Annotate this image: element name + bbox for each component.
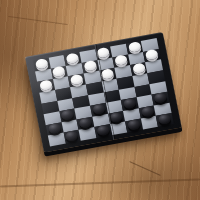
black-checker-piece[interactable] <box>158 113 172 125</box>
black-checker-piece[interactable] <box>140 105 154 117</box>
black-checker-piece[interactable] <box>61 109 75 121</box>
white-checker-piece[interactable] <box>132 63 146 75</box>
white-checker-piece[interactable] <box>97 47 111 59</box>
black-checker-piece[interactable] <box>123 98 137 110</box>
table-surface <box>0 0 200 200</box>
black-checker-piece[interactable] <box>96 125 110 137</box>
white-checker-piece[interactable] <box>114 55 128 67</box>
black-checker-piece[interactable] <box>92 103 106 115</box>
checkers-board <box>25 32 182 153</box>
board-grid <box>33 38 174 146</box>
black-checker-piece[interactable] <box>127 119 141 131</box>
board-frame <box>25 32 182 153</box>
white-checker-piece[interactable] <box>145 49 159 61</box>
black-checker-piece[interactable] <box>109 111 123 123</box>
wood-grain-line <box>8 16 68 25</box>
wood-grain-scratch <box>129 161 160 176</box>
white-checker-piece[interactable] <box>101 68 115 80</box>
black-checker-piece[interactable] <box>48 122 62 134</box>
white-checker-piece[interactable] <box>52 66 66 78</box>
white-checker-piece[interactable] <box>39 79 53 91</box>
white-checker-piece[interactable] <box>66 52 80 64</box>
square-r8c8[interactable] <box>156 113 174 127</box>
white-checker-piece[interactable] <box>70 74 84 86</box>
wood-grain-line <box>0 179 200 188</box>
black-checker-piece[interactable] <box>78 117 92 129</box>
white-checker-piece[interactable] <box>35 58 49 70</box>
black-checker-piece[interactable] <box>154 92 168 104</box>
white-checker-piece[interactable] <box>83 60 97 72</box>
white-checker-piece[interactable] <box>127 41 141 53</box>
black-checker-piece[interactable] <box>65 130 79 142</box>
